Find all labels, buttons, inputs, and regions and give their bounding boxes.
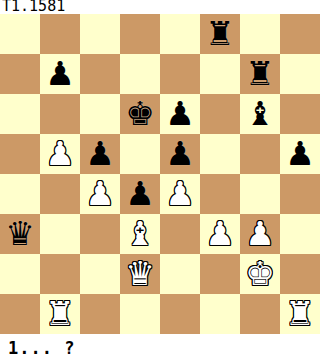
- square-d6[interactable]: ♚: [120, 94, 160, 134]
- square-a3[interactable]: ♛: [0, 214, 40, 254]
- square-f8[interactable]: ♜: [200, 14, 240, 54]
- square-h6[interactable]: [280, 94, 320, 134]
- square-c1[interactable]: [80, 294, 120, 334]
- square-e3[interactable]: [160, 214, 200, 254]
- square-d1[interactable]: [120, 294, 160, 334]
- square-b7[interactable]: ♟: [40, 54, 80, 94]
- square-a7[interactable]: [0, 54, 40, 94]
- square-f5[interactable]: [200, 134, 240, 174]
- square-c4[interactable]: ♟: [80, 174, 120, 214]
- square-b1[interactable]: ♜: [40, 294, 80, 334]
- piece-black-queen[interactable]: ♛: [5, 214, 35, 254]
- square-a4[interactable]: [0, 174, 40, 214]
- square-e7[interactable]: [160, 54, 200, 94]
- square-b5[interactable]: ♟: [40, 134, 80, 174]
- piece-white-pawn[interactable]: ♟: [245, 214, 275, 254]
- square-a6[interactable]: [0, 94, 40, 134]
- square-e2[interactable]: [160, 254, 200, 294]
- piece-white-rook[interactable]: ♜: [285, 294, 315, 334]
- square-a5[interactable]: [0, 134, 40, 174]
- move-prompt: 1... ?: [8, 338, 75, 358]
- square-b3[interactable]: [40, 214, 80, 254]
- square-g1[interactable]: [240, 294, 280, 334]
- square-c7[interactable]: [80, 54, 120, 94]
- square-b4[interactable]: [40, 174, 80, 214]
- piece-white-pawn[interactable]: ♟: [205, 214, 235, 254]
- square-a1[interactable]: [0, 294, 40, 334]
- square-g3[interactable]: ♟: [240, 214, 280, 254]
- square-g4[interactable]: [240, 174, 280, 214]
- piece-white-rook[interactable]: ♜: [45, 294, 75, 334]
- piece-black-pawn[interactable]: ♟: [85, 134, 115, 174]
- square-f3[interactable]: ♟: [200, 214, 240, 254]
- square-h4[interactable]: [280, 174, 320, 214]
- chess-board: ♜♟♜♚♟♝♟♟♟♟♟♟♟♛♝♟♟♛♚♜♜: [0, 14, 320, 334]
- square-f2[interactable]: [200, 254, 240, 294]
- square-e4[interactable]: ♟: [160, 174, 200, 214]
- piece-black-king[interactable]: ♚: [125, 94, 155, 134]
- piece-black-rook[interactable]: ♜: [205, 14, 235, 54]
- piece-black-pawn[interactable]: ♟: [285, 134, 315, 174]
- square-g6[interactable]: ♝: [240, 94, 280, 134]
- square-e1[interactable]: [160, 294, 200, 334]
- piece-white-pawn[interactable]: ♟: [85, 174, 115, 214]
- square-e8[interactable]: [160, 14, 200, 54]
- square-f7[interactable]: [200, 54, 240, 94]
- piece-black-pawn[interactable]: ♟: [125, 174, 155, 214]
- square-e6[interactable]: ♟: [160, 94, 200, 134]
- square-g2[interactable]: ♚: [240, 254, 280, 294]
- square-c6[interactable]: [80, 94, 120, 134]
- square-d2[interactable]: ♛: [120, 254, 160, 294]
- square-d3[interactable]: ♝: [120, 214, 160, 254]
- square-d7[interactable]: [120, 54, 160, 94]
- square-c5[interactable]: ♟: [80, 134, 120, 174]
- square-d4[interactable]: ♟: [120, 174, 160, 214]
- square-h2[interactable]: [280, 254, 320, 294]
- square-g5[interactable]: [240, 134, 280, 174]
- square-g7[interactable]: ♜: [240, 54, 280, 94]
- piece-white-pawn[interactable]: ♟: [45, 134, 75, 174]
- square-b6[interactable]: [40, 94, 80, 134]
- square-c2[interactable]: [80, 254, 120, 294]
- square-h5[interactable]: ♟: [280, 134, 320, 174]
- square-h8[interactable]: [280, 14, 320, 54]
- square-d5[interactable]: [120, 134, 160, 174]
- square-h1[interactable]: ♜: [280, 294, 320, 334]
- square-h3[interactable]: [280, 214, 320, 254]
- square-c3[interactable]: [80, 214, 120, 254]
- square-f6[interactable]: [200, 94, 240, 134]
- square-d8[interactable]: [120, 14, 160, 54]
- piece-white-bishop[interactable]: ♝: [125, 214, 155, 254]
- square-e5[interactable]: ♟: [160, 134, 200, 174]
- piece-white-pawn[interactable]: ♟: [165, 174, 195, 214]
- piece-black-rook[interactable]: ♜: [245, 54, 275, 94]
- piece-black-pawn[interactable]: ♟: [165, 134, 195, 174]
- square-g8[interactable]: [240, 14, 280, 54]
- piece-white-queen[interactable]: ♛: [125, 254, 155, 294]
- piece-white-king[interactable]: ♚: [245, 254, 275, 294]
- square-a2[interactable]: [0, 254, 40, 294]
- square-f1[interactable]: [200, 294, 240, 334]
- puzzle-title: T1.1581: [2, 0, 65, 13]
- square-a8[interactable]: [0, 14, 40, 54]
- piece-black-pawn[interactable]: ♟: [45, 54, 75, 94]
- piece-black-bishop[interactable]: ♝: [245, 94, 275, 134]
- square-b2[interactable]: [40, 254, 80, 294]
- square-f4[interactable]: [200, 174, 240, 214]
- square-c8[interactable]: [80, 14, 120, 54]
- square-h7[interactable]: [280, 54, 320, 94]
- piece-black-pawn[interactable]: ♟: [165, 94, 195, 134]
- square-b8[interactable]: [40, 14, 80, 54]
